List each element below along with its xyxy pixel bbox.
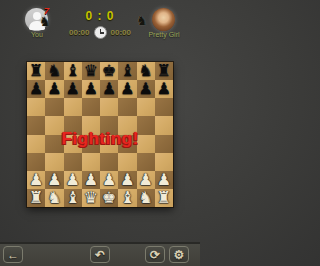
- square-h1[interactable]: ♜: [155, 189, 173, 207]
- piece-white-pawn: ♟: [102, 171, 116, 189]
- back-button[interactable]: ←: [3, 246, 23, 263]
- piece-black-pawn: ♟: [84, 80, 98, 98]
- square-h2[interactable]: ♟: [155, 171, 173, 189]
- piece-white-pawn: ♟: [138, 171, 152, 189]
- piece-black-pawn: ♟: [157, 80, 171, 98]
- piece-black-rook: ♜: [157, 62, 171, 80]
- piece-black-rook: ♜: [29, 62, 43, 80]
- black-knight-icon: ♞: [136, 14, 148, 27]
- piece-black-pawn: ♟: [138, 80, 152, 98]
- piece-black-pawn: ♟: [65, 80, 79, 98]
- gear-icon: ⚙: [174, 249, 185, 261]
- square-d8[interactable]: ♛: [82, 62, 100, 80]
- avatar-pretty-girl: [152, 8, 175, 31]
- piece-black-knight: ♞: [138, 62, 152, 80]
- piece-black-pawn: ♟: [120, 80, 134, 98]
- square-a2[interactable]: ♟: [27, 171, 45, 189]
- back-arrow-icon: ←: [7, 249, 19, 261]
- square-h7[interactable]: ♟: [155, 80, 173, 98]
- square-b2[interactable]: ♟: [45, 171, 63, 189]
- undo-arrow-icon: ↶: [95, 249, 105, 261]
- square-e8[interactable]: ♚: [100, 62, 118, 80]
- square-b6[interactable]: [45, 98, 63, 116]
- square-b1[interactable]: ♞: [45, 189, 63, 207]
- square-e7[interactable]: ♟: [100, 80, 118, 98]
- restart-icon: ⟳: [150, 249, 160, 261]
- square-g8[interactable]: ♞: [137, 62, 155, 80]
- settings-button[interactable]: ⚙: [169, 246, 189, 263]
- square-f3[interactable]: [118, 153, 136, 171]
- square-c6[interactable]: [64, 98, 82, 116]
- square-c1[interactable]: ♝: [64, 189, 82, 207]
- piece-black-bishop: ♝: [65, 62, 79, 80]
- square-g6[interactable]: [137, 98, 155, 116]
- square-a3[interactable]: [27, 153, 45, 171]
- square-e3[interactable]: [100, 153, 118, 171]
- square-g1[interactable]: ♞: [137, 189, 155, 207]
- piece-black-pawn: ♟: [47, 80, 61, 98]
- left-timer: 00:00: [69, 28, 89, 37]
- status-message: Fighting!: [0, 129, 200, 149]
- square-c3[interactable]: [64, 153, 82, 171]
- bottom-toolbar: ← ↶ ⟳ ⚙: [0, 242, 200, 266]
- piece-white-pawn: ♟: [47, 171, 61, 189]
- piece-black-pawn: ♟: [29, 80, 43, 98]
- square-d7[interactable]: ♟: [82, 80, 100, 98]
- piece-white-bishop: ♝: [65, 189, 79, 207]
- square-h3[interactable]: [155, 153, 173, 171]
- clock-icon: [94, 26, 107, 39]
- square-c8[interactable]: ♝: [64, 62, 82, 80]
- square-g7[interactable]: ♟: [137, 80, 155, 98]
- square-f7[interactable]: ♟: [118, 80, 136, 98]
- piece-white-rook: ♜: [157, 189, 171, 207]
- piece-black-bishop: ♝: [120, 62, 134, 80]
- undo-button[interactable]: ↶: [90, 246, 110, 263]
- square-g3[interactable]: [137, 153, 155, 171]
- piece-white-queen: ♛: [84, 189, 98, 207]
- square-h6[interactable]: [155, 98, 173, 116]
- piece-white-king: ♚: [102, 189, 116, 207]
- square-f6[interactable]: [118, 98, 136, 116]
- square-e1[interactable]: ♚: [100, 189, 118, 207]
- piece-black-pawn: ♟: [102, 80, 116, 98]
- square-e2[interactable]: ♟: [100, 171, 118, 189]
- square-h8[interactable]: ♜: [155, 62, 173, 80]
- right-timer: 00:00: [111, 28, 131, 37]
- square-c7[interactable]: ♟: [64, 80, 82, 98]
- piece-white-pawn: ♟: [120, 171, 134, 189]
- square-b7[interactable]: ♟: [45, 80, 63, 98]
- square-d1[interactable]: ♛: [82, 189, 100, 207]
- square-d6[interactable]: [82, 98, 100, 116]
- piece-black-queen: ♛: [84, 62, 98, 80]
- piece-white-knight: ♞: [47, 189, 61, 207]
- piece-white-pawn: ♟: [29, 171, 43, 189]
- restart-button[interactable]: ⟳: [145, 246, 165, 263]
- piece-white-pawn: ♟: [65, 171, 79, 189]
- square-b3[interactable]: [45, 153, 63, 171]
- piece-white-rook: ♜: [29, 189, 43, 207]
- piece-white-bishop: ♝: [120, 189, 134, 207]
- square-f8[interactable]: ♝: [118, 62, 136, 80]
- square-f2[interactable]: ♟: [118, 171, 136, 189]
- square-a8[interactable]: ♜: [27, 62, 45, 80]
- piece-white-knight: ♞: [138, 189, 152, 207]
- player-name-opponent: Pretty Girl: [140, 31, 188, 38]
- piece-black-knight: ♞: [47, 62, 61, 80]
- piece-white-pawn: ♟: [84, 171, 98, 189]
- square-g2[interactable]: ♟: [137, 171, 155, 189]
- square-d3[interactable]: [82, 153, 100, 171]
- square-e6[interactable]: [100, 98, 118, 116]
- square-d2[interactable]: ♟: [82, 171, 100, 189]
- piece-white-pawn: ♟: [157, 171, 171, 189]
- square-a1[interactable]: ♜: [27, 189, 45, 207]
- piece-black-king: ♚: [102, 62, 116, 80]
- square-b8[interactable]: ♞: [45, 62, 63, 80]
- square-a6[interactable]: [27, 98, 45, 116]
- square-f1[interactable]: ♝: [118, 189, 136, 207]
- square-c2[interactable]: ♟: [64, 171, 82, 189]
- square-a7[interactable]: ♟: [27, 80, 45, 98]
